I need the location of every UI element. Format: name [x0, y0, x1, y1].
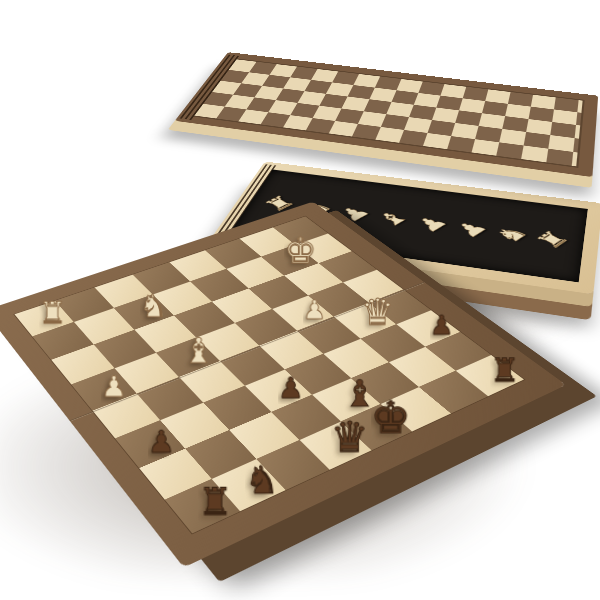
square-a1: ♜	[165, 479, 240, 533]
black-pawn-piece: ♟	[430, 312, 454, 339]
black-rook-piece: ♜	[198, 483, 232, 521]
white-pawn-piece: ♟	[303, 296, 327, 322]
white-bishop-piece: ♝	[183, 333, 214, 368]
tray-pawn-piece: ♟	[451, 217, 492, 241]
square-f5: ♟	[272, 296, 333, 331]
black-pawn-piece: ♟	[148, 426, 175, 457]
product-photo-scene: ♜♞♟♝♟♟♞♜ ♜♞♚♟♝♟♛♟♟♟♝♜♞♛♚♜	[0, 0, 600, 600]
white-pawn-piece: ♟	[101, 372, 127, 401]
black-rook-piece: ♜	[490, 354, 519, 387]
tray-pawn-piece: ♟	[411, 212, 451, 235]
tray-rook-piece: ♜	[532, 228, 574, 252]
white-queen-piece: ♛	[361, 294, 394, 330]
tray-bishop-piece: ♝	[373, 207, 413, 230]
white-knight-piece: ♞	[140, 291, 168, 322]
black-king-piece: ♚	[371, 395, 411, 440]
black-queen-piece: ♛	[331, 416, 369, 458]
square-h1: ♜	[456, 355, 524, 396]
lid-checker-pattern	[194, 59, 582, 166]
white-rook-piece: ♜	[39, 298, 66, 328]
black-pawn-piece: ♟	[278, 373, 304, 402]
white-king-piece: ♚	[284, 232, 317, 268]
tray-knight-piece: ♞	[491, 222, 532, 246]
box-lid-checkered	[175, 52, 598, 177]
square-g4: ♛	[334, 303, 397, 339]
black-knight-piece: ♞	[245, 461, 279, 499]
